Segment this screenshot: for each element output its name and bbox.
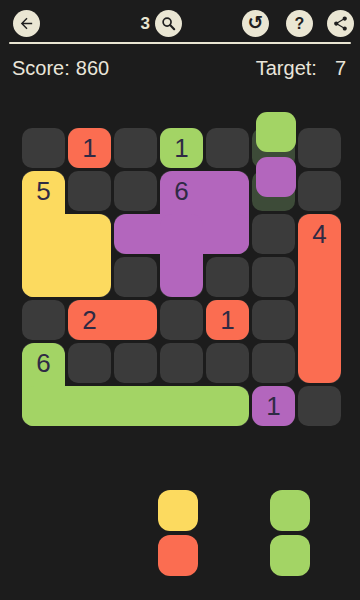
board-cell[interactable] <box>252 214 295 254</box>
tray-piece-tray-yellow-orange[interactable] <box>158 535 198 576</box>
board-cell[interactable] <box>68 171 111 211</box>
board-cell[interactable] <box>252 343 295 383</box>
board-cell[interactable] <box>160 343 203 383</box>
board-cell[interactable] <box>114 343 157 383</box>
piece-orange-4[interactable] <box>298 214 341 383</box>
board-cell[interactable] <box>252 257 295 297</box>
board-cell[interactable] <box>114 257 157 297</box>
piece-orange-1b[interactable] <box>206 300 249 340</box>
board-cell[interactable] <box>22 300 65 340</box>
board-cell[interactable] <box>252 300 295 340</box>
piece-green-1[interactable] <box>160 128 203 168</box>
game-screen: 3 ↺ ? Score: 860 Target: 7 1156421 <box>0 0 360 600</box>
board-cell[interactable] <box>114 128 157 168</box>
board-cell[interactable] <box>68 343 111 383</box>
board: 115642161 <box>0 0 360 600</box>
tray-piece-tray-yellow-orange[interactable] <box>158 490 198 531</box>
board-cell[interactable] <box>298 386 341 426</box>
piece-green-6[interactable] <box>22 386 249 426</box>
piece-yellow-5[interactable] <box>22 214 111 297</box>
tray-piece-tray-green-green[interactable] <box>270 535 310 576</box>
board-cell[interactable] <box>22 128 65 168</box>
board-cell[interactable] <box>298 128 341 168</box>
board-cell[interactable] <box>206 128 249 168</box>
falling-block-green[interactable] <box>256 112 296 152</box>
board-cell[interactable] <box>114 171 157 211</box>
board-cell[interactable] <box>298 171 341 211</box>
board-cell[interactable] <box>206 257 249 297</box>
piece-orange-2[interactable] <box>68 300 157 340</box>
board-cell[interactable] <box>160 300 203 340</box>
board-cell[interactable] <box>206 343 249 383</box>
piece-orange-1a[interactable] <box>68 128 111 168</box>
falling-block-purple[interactable] <box>256 157 296 197</box>
tray-piece-tray-green-green[interactable] <box>270 490 310 531</box>
piece-purple-6[interactable] <box>160 214 203 297</box>
piece-purple-1[interactable] <box>252 386 295 426</box>
